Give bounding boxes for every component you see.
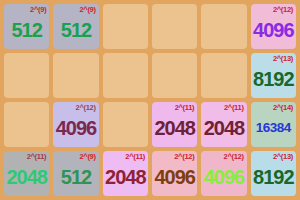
- tile-value: 4096: [152, 158, 197, 196]
- empty-cell: [53, 53, 98, 98]
- empty-cell: [201, 4, 246, 49]
- tile-value: 512: [4, 11, 49, 49]
- tile-8192: 2^(13)8192: [251, 53, 296, 98]
- tile-value: 16384: [251, 109, 296, 147]
- tile-2048: 2^(11)2048: [201, 102, 246, 147]
- tile-8192: 2^(13)8192: [251, 151, 296, 196]
- tile-value: 4096: [201, 158, 246, 196]
- tile-value: 512: [53, 158, 98, 196]
- empty-cell: [103, 4, 148, 49]
- tile-value: 8192: [251, 158, 296, 196]
- tile-2048: 2^(11)2048: [152, 102, 197, 147]
- empty-cell: [152, 4, 197, 49]
- tile-2048: 2^(11)2048: [4, 151, 49, 196]
- tile-4096: 2^(12)4096: [251, 4, 296, 49]
- tile-512: 2^(9)512: [53, 4, 98, 49]
- tile-value: 2048: [4, 158, 49, 196]
- tile-value: 512: [53, 11, 98, 49]
- tile-512: 2^(9)512: [53, 151, 98, 196]
- empty-cell: [201, 53, 246, 98]
- tile-value: 2048: [103, 158, 148, 196]
- tile-16384: 2^(14)16384: [251, 102, 296, 147]
- empty-cell: [103, 102, 148, 147]
- tile-value: 4096: [53, 109, 98, 147]
- tile-4096: 2^(12)4096: [53, 102, 98, 147]
- tile-4096: 2^(12)4096: [152, 151, 197, 196]
- empty-cell: [4, 102, 49, 147]
- empty-cell: [103, 53, 148, 98]
- tile-2048: 2^(11)2048: [103, 151, 148, 196]
- tile-value: 4096: [251, 11, 296, 49]
- empty-cell: [4, 53, 49, 98]
- empty-cell: [152, 53, 197, 98]
- tile-4096: 2^(12)4096: [201, 151, 246, 196]
- tile-value: 2048: [201, 109, 246, 147]
- tile-value: 8192: [251, 60, 296, 98]
- tile-value: 2048: [152, 109, 197, 147]
- tile-512: 2^(9)512: [4, 4, 49, 49]
- board-2048[interactable]: 2^(9)5122^(9)5122^(12)40962^(13)81922^(1…: [0, 0, 300, 200]
